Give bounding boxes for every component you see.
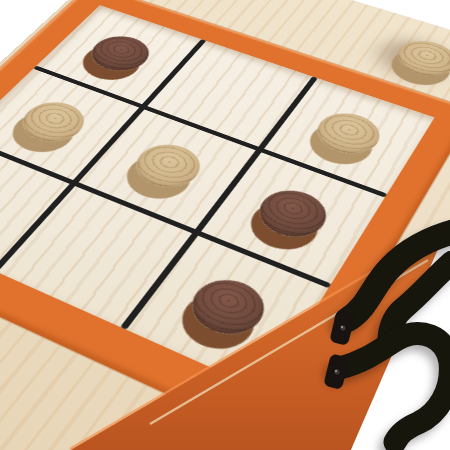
game-board <box>0 0 450 450</box>
disc-light[interactable] <box>308 106 389 161</box>
disc-dark[interactable] <box>249 183 337 246</box>
playing-field <box>0 5 435 391</box>
disc-dark[interactable] <box>81 30 159 77</box>
disc-light[interactable] <box>11 95 95 148</box>
disc-dark[interactable] <box>180 271 276 345</box>
disc-light-off-board[interactable] <box>389 35 450 82</box>
board-frame <box>0 0 450 446</box>
photo-scene <box>0 0 450 450</box>
disc-light[interactable] <box>125 137 211 195</box>
off-board-piece-area <box>389 35 450 82</box>
